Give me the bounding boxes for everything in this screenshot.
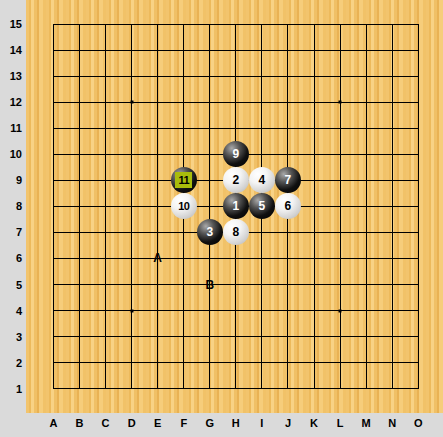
stone-black-7[interactable]: 7: [275, 167, 301, 193]
row-coordinate-label: 2: [0, 357, 22, 369]
grid-line-horizontal: [53, 284, 419, 285]
grid-line-horizontal: [53, 388, 419, 389]
row-coordinate-label: 7: [0, 226, 22, 238]
stone-black-1[interactable]: 1: [223, 193, 249, 219]
row-coordinate-label: 10: [0, 148, 22, 160]
row-coordinate-label: 8: [0, 200, 22, 212]
row-coordinate-label: 13: [0, 70, 22, 82]
column-coordinate-label: B: [71, 417, 89, 429]
stone-white-4[interactable]: 4: [249, 167, 275, 193]
column-coordinate-label: F: [175, 417, 193, 429]
variation-label-A[interactable]: A: [153, 252, 162, 264]
column-coordinate-label: C: [97, 417, 115, 429]
row-coordinate-label: 14: [0, 44, 22, 56]
stone-white-2[interactable]: 2: [223, 167, 249, 193]
star-point: [339, 101, 342, 104]
row-coordinate-label: 6: [0, 252, 22, 264]
stone-black-11[interactable]: 11: [171, 167, 197, 193]
column-coordinate-label: K: [305, 417, 323, 429]
go-board-panel: 151413121110987654321ABCDEFGHIJKLMNOAB12…: [0, 0, 443, 437]
star-point: [130, 101, 133, 104]
column-coordinate-label: A: [45, 417, 63, 429]
column-coordinate-label: M: [357, 417, 375, 429]
stone-black-5[interactable]: 5: [249, 193, 275, 219]
stone-white-6[interactable]: 6: [275, 193, 301, 219]
column-coordinate-label: I: [253, 417, 271, 429]
row-coordinate-label: 12: [0, 96, 22, 108]
column-coordinate-label: H: [227, 417, 245, 429]
grid-line-vertical: [314, 24, 315, 390]
column-coordinate-label: L: [331, 417, 349, 429]
grid-line-vertical: [340, 24, 341, 390]
column-coordinate-label: N: [383, 417, 401, 429]
grid-line-vertical: [392, 24, 393, 390]
grid-line-vertical: [366, 24, 367, 390]
column-coordinate-label: D: [123, 417, 141, 429]
stone-black-9[interactable]: 9: [223, 141, 249, 167]
row-coordinate-label: 15: [0, 18, 22, 30]
stone-white-10[interactable]: 10: [171, 193, 197, 219]
row-coordinate-label: 5: [0, 279, 22, 291]
column-coordinate-label: G: [201, 417, 219, 429]
stone-white-8[interactable]: 8: [223, 219, 249, 245]
row-coordinate-label: 4: [0, 305, 22, 317]
star-point: [130, 309, 133, 312]
grid-line-horizontal: [53, 310, 419, 311]
stone-black-3[interactable]: 3: [197, 219, 223, 245]
grid-line-horizontal: [53, 362, 419, 363]
last-move-highlight: 11: [175, 172, 192, 188]
column-coordinate-label: J: [279, 417, 297, 429]
grid-line-horizontal: [53, 336, 419, 337]
column-coordinate-label: O: [409, 417, 427, 429]
row-coordinate-label: 1: [0, 383, 22, 395]
board-overlay: 151413121110987654321ABCDEFGHIJKLMNOAB12…: [0, 0, 443, 437]
column-coordinate-label: E: [149, 417, 167, 429]
row-coordinate-label: 11: [0, 122, 22, 134]
row-coordinate-label: 3: [0, 331, 22, 343]
variation-label-B[interactable]: B: [205, 279, 214, 291]
grid-line-vertical: [418, 24, 419, 390]
row-coordinate-label: 9: [0, 174, 22, 186]
grid-line-horizontal: [53, 258, 419, 259]
star-point: [339, 309, 342, 312]
